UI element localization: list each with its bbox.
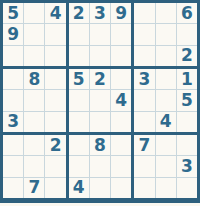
cell-r7c4[interactable]: [69, 135, 89, 155]
cell-r5c2[interactable]: [24, 90, 44, 110]
cell-r2c9[interactable]: [177, 24, 197, 44]
cell-r6c9[interactable]: [177, 112, 197, 132]
cell-r8c2[interactable]: [24, 156, 44, 176]
cell-r2c4[interactable]: [69, 24, 89, 44]
cell-r8c7[interactable]: [134, 156, 154, 176]
sudoku-board: 54923962835243154278473: [0, 0, 200, 203]
cell-r9c3[interactable]: [45, 178, 65, 198]
box-1: 549: [3, 3, 66, 66]
cell-r4c6[interactable]: [111, 69, 131, 89]
cell-r1c5: 3: [90, 3, 110, 23]
cell-r7c7: 7: [134, 135, 154, 155]
cell-r9c4: 4: [69, 178, 89, 198]
cell-r7c6[interactable]: [111, 135, 131, 155]
cell-r2c5[interactable]: [90, 24, 110, 44]
cell-r9c2: 7: [24, 178, 44, 198]
cell-r8c8[interactable]: [156, 156, 176, 176]
cell-r6c6[interactable]: [111, 112, 131, 132]
cell-r5c9: 5: [177, 90, 197, 110]
cell-r8c3[interactable]: [45, 156, 65, 176]
cell-r9c1[interactable]: [3, 178, 23, 198]
cell-r8c5[interactable]: [90, 156, 110, 176]
cell-r6c7[interactable]: [134, 112, 154, 132]
box-7: 27: [3, 135, 66, 198]
cell-r3c8[interactable]: [156, 46, 176, 66]
cell-r1c8[interactable]: [156, 3, 176, 23]
box-5: 524: [69, 69, 132, 132]
cell-r2c8[interactable]: [156, 24, 176, 44]
cell-r5c4[interactable]: [69, 90, 89, 110]
cell-r6c3[interactable]: [45, 112, 65, 132]
cell-r5c7[interactable]: [134, 90, 154, 110]
cell-r2c6[interactable]: [111, 24, 131, 44]
cell-r4c5: 2: [90, 69, 110, 89]
cell-r6c5[interactable]: [90, 112, 110, 132]
cell-r3c1[interactable]: [3, 46, 23, 66]
cell-r3c4[interactable]: [69, 46, 89, 66]
cell-r4c7: 3: [134, 69, 154, 89]
cell-r1c4: 2: [69, 3, 89, 23]
cell-r5c1[interactable]: [3, 90, 23, 110]
cell-r9c9[interactable]: [177, 178, 197, 198]
cell-r3c6[interactable]: [111, 46, 131, 66]
cell-r3c3[interactable]: [45, 46, 65, 66]
cell-r9c6[interactable]: [111, 178, 131, 198]
cell-r2c7[interactable]: [134, 24, 154, 44]
cell-r7c3: 2: [45, 135, 65, 155]
cell-r3c9: 2: [177, 46, 197, 66]
cell-r1c1: 5: [3, 3, 23, 23]
cell-r1c6: 9: [111, 3, 131, 23]
box-9: 73: [134, 135, 197, 198]
cell-r4c8[interactable]: [156, 69, 176, 89]
cell-r6c4[interactable]: [69, 112, 89, 132]
cell-r9c7[interactable]: [134, 178, 154, 198]
box-8: 84: [69, 135, 132, 198]
box-6: 3154: [134, 69, 197, 132]
cell-r4c1[interactable]: [3, 69, 23, 89]
cell-r1c3: 4: [45, 3, 65, 23]
cell-r5c5[interactable]: [90, 90, 110, 110]
cell-r7c1[interactable]: [3, 135, 23, 155]
cell-r1c2[interactable]: [24, 3, 44, 23]
cell-r7c5: 8: [90, 135, 110, 155]
cell-r2c3[interactable]: [45, 24, 65, 44]
cell-r3c2[interactable]: [24, 46, 44, 66]
cell-r8c1[interactable]: [3, 156, 23, 176]
cell-r6c1: 3: [3, 112, 23, 132]
cell-r9c5[interactable]: [90, 178, 110, 198]
cell-r7c2[interactable]: [24, 135, 44, 155]
cell-r1c7[interactable]: [134, 3, 154, 23]
cell-r7c9[interactable]: [177, 135, 197, 155]
cell-r5c3[interactable]: [45, 90, 65, 110]
box-4: 83: [3, 69, 66, 132]
cell-r9c8[interactable]: [156, 178, 176, 198]
cell-r6c8: 4: [156, 112, 176, 132]
cell-r3c7[interactable]: [134, 46, 154, 66]
cell-r8c4[interactable]: [69, 156, 89, 176]
cell-r4c9: 1: [177, 69, 197, 89]
cell-r5c8[interactable]: [156, 90, 176, 110]
cell-r8c6[interactable]: [111, 156, 131, 176]
cell-r2c1: 9: [3, 24, 23, 44]
cell-r2c2[interactable]: [24, 24, 44, 44]
cell-r5c6: 4: [111, 90, 131, 110]
cell-r8c9: 3: [177, 156, 197, 176]
cell-r7c8[interactable]: [156, 135, 176, 155]
box-2: 239: [69, 3, 132, 66]
box-3: 62: [134, 3, 197, 66]
cell-r4c2: 8: [24, 69, 44, 89]
cell-r3c5[interactable]: [90, 46, 110, 66]
cell-r6c2[interactable]: [24, 112, 44, 132]
cell-r1c9: 6: [177, 3, 197, 23]
cell-r4c3[interactable]: [45, 69, 65, 89]
cell-r4c4: 5: [69, 69, 89, 89]
